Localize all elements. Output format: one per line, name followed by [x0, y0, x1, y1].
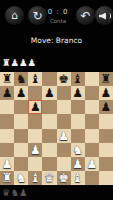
square-g1[interactable]: [85, 171, 99, 185]
square-a8[interactable]: ♜: [0, 72, 14, 86]
black-pawn-piece: ♟: [2, 87, 13, 99]
square-b3[interactable]: [14, 143, 28, 157]
square-h6[interactable]: ♟: [99, 100, 113, 114]
square-h3[interactable]: [99, 143, 113, 157]
square-c4[interactable]: [28, 129, 42, 143]
captured-black-queen: ♛: [2, 188, 11, 198]
square-a7[interactable]: ♟: [0, 86, 14, 100]
square-c5[interactable]: [28, 114, 42, 128]
captured-black-knight: ♞: [11, 188, 20, 198]
white-pawn-piece: ♟: [2, 158, 13, 170]
square-g8[interactable]: [85, 72, 99, 86]
square-d8[interactable]: [42, 72, 56, 86]
square-d4[interactable]: [42, 129, 56, 143]
square-f2[interactable]: ♟: [71, 157, 85, 171]
square-a2[interactable]: ♟: [0, 157, 14, 171]
white-bishop-piece: ♝: [72, 172, 83, 184]
undo-button[interactable]: ↶: [76, 6, 95, 25]
square-b8[interactable]: ♞: [14, 72, 28, 86]
score-text: 0 : 0: [42, 8, 74, 16]
square-f3[interactable]: ♞: [71, 143, 85, 157]
square-h2[interactable]: [99, 157, 113, 171]
square-c7[interactable]: [28, 86, 42, 100]
square-g4[interactable]: [85, 129, 99, 143]
white-knight-piece: ♞: [72, 144, 83, 156]
black-pawn-piece: ♟: [30, 101, 41, 113]
black-rook-piece: ♜: [101, 73, 112, 85]
black-rook-piece: ♜: [2, 73, 13, 85]
square-g2[interactable]: ♟: [85, 157, 99, 171]
black-pawn-piece: ♟: [44, 87, 55, 99]
square-e6[interactable]: [57, 100, 71, 114]
square-d3[interactable]: [42, 143, 56, 157]
square-f7[interactable]: ♟: [71, 86, 85, 100]
white-pawn-piece: ♟: [86, 158, 97, 170]
white-pawn-piece: ♟: [30, 144, 41, 156]
square-h5[interactable]: [99, 114, 113, 128]
square-f6[interactable]: [71, 100, 85, 114]
square-a6[interactable]: [0, 100, 14, 114]
square-e3[interactable]: [57, 143, 71, 157]
white-bishop-piece: ♝: [30, 172, 41, 184]
square-c6[interactable]: ♟: [28, 100, 42, 114]
captured-white-pawn: ♟: [11, 58, 20, 68]
black-knight-piece: ♞: [16, 73, 27, 85]
square-b2[interactable]: [14, 157, 28, 171]
white-rook-piece: ♜: [2, 172, 13, 184]
captured-black-pieces-tray: ♛♞♟: [2, 188, 28, 198]
square-d6[interactable]: [42, 100, 56, 114]
white-knight-piece: ♞: [16, 172, 27, 184]
square-f5[interactable]: [71, 114, 85, 128]
square-f1[interactable]: ♝: [71, 171, 85, 185]
score-block: 0 : 0 Conta: [42, 8, 74, 24]
white-king-piece: ♚: [58, 172, 69, 184]
black-pawn-piece: ♟: [101, 87, 112, 99]
square-a1[interactable]: ♜: [0, 171, 14, 185]
home-icon: ⌂: [11, 9, 18, 22]
speaker-icon: [99, 11, 110, 21]
white-pawn-piece: ♟: [58, 130, 69, 142]
chess-board: ♜♞♝♚♝♜♟♟♟♟♟♟♟♟♟♞♟♟♟♜♞♝♛♚♝: [0, 72, 113, 185]
black-king-piece: ♚: [58, 73, 69, 85]
square-a5[interactable]: [0, 114, 14, 128]
square-f8[interactable]: ♝: [71, 72, 85, 86]
white-queen-piece: ♛: [44, 172, 55, 184]
captured-black-pawn: ♟: [19, 188, 28, 198]
square-e8[interactable]: ♚: [57, 72, 71, 86]
square-g3[interactable]: [85, 143, 99, 157]
square-h7[interactable]: ♟: [99, 86, 113, 100]
square-f4[interactable]: [71, 129, 85, 143]
black-pawn-piece: ♟: [72, 87, 83, 99]
square-g5[interactable]: [85, 114, 99, 128]
square-d2[interactable]: [42, 157, 56, 171]
captured-white-rook: ♜: [2, 58, 11, 68]
captured-white-pieces-tray: ♜♟♟♟: [2, 58, 36, 68]
square-b5[interactable]: [14, 114, 28, 128]
score-caption: Conta: [42, 18, 74, 24]
black-pawn-piece: ♟: [16, 87, 27, 99]
square-b7[interactable]: ♟: [14, 86, 28, 100]
square-e7[interactable]: [57, 86, 71, 100]
square-a4[interactable]: [0, 129, 14, 143]
square-d1[interactable]: ♛: [42, 171, 56, 185]
square-d5[interactable]: [42, 114, 56, 128]
square-e5[interactable]: [57, 114, 71, 128]
square-h1[interactable]: [99, 171, 113, 185]
square-h8[interactable]: ♜: [99, 72, 113, 86]
white-pawn-piece: ♟: [72, 158, 83, 170]
square-c2[interactable]: [28, 157, 42, 171]
square-e4[interactable]: ♟: [57, 129, 71, 143]
square-a3[interactable]: [0, 143, 14, 157]
square-e1[interactable]: ♚: [57, 171, 71, 185]
black-pawn-piece: ♟: [101, 101, 112, 113]
square-c8[interactable]: ♝: [28, 72, 42, 86]
square-g7[interactable]: [85, 86, 99, 100]
turn-indicator: Move: Branco: [0, 36, 113, 45]
square-c3[interactable]: ♟: [28, 143, 42, 157]
black-bishop-piece: ♝: [72, 73, 83, 85]
home-button[interactable]: ⌂: [5, 6, 24, 25]
captured-white-pawn: ♟: [19, 58, 28, 68]
square-g6[interactable]: [85, 100, 99, 114]
square-c1[interactable]: ♝: [28, 171, 42, 185]
captured-white-pawn: ♟: [28, 58, 37, 68]
sound-button[interactable]: [95, 6, 113, 25]
square-b6[interactable]: [14, 100, 28, 114]
square-e2[interactable]: [57, 157, 71, 171]
square-b1[interactable]: ♞: [14, 171, 28, 185]
square-h4[interactable]: [99, 129, 113, 143]
black-bishop-piece: ♝: [30, 73, 41, 85]
square-b4[interactable]: [14, 129, 28, 143]
app-window: ⌂ ↻ 0 : 0 Conta ↶ Move: Branco ♜♟♟♟ ♜♞♝♚…: [0, 0, 113, 200]
undo-icon: ↶: [80, 9, 90, 23]
square-d7[interactable]: ♟: [42, 86, 56, 100]
